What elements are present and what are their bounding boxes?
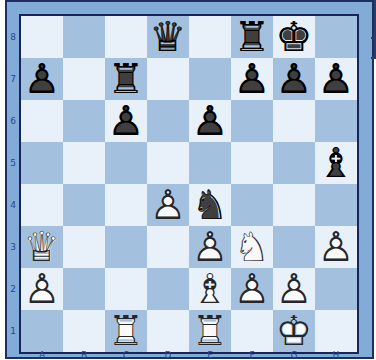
white-rook-glyph-fill: ♜ [189,310,231,352]
white-knight-glyph-fill: ♞ [231,226,273,268]
white-knight[interactable]: ♞♘ [231,226,273,268]
chess-board: ♛♕♜♖♚♔♟♙♜♖♟♙♟♙♟♙♟♙♟♙♝♗♟♙♞♘♛♕♟♙♞♘♟♙♟♙♝♗♟♙… [19,14,359,354]
white-pawn-glyph-fill: ♟ [189,226,231,268]
square-d4[interactable]: ♟♙ [147,184,189,226]
rank-label-2: 2 [7,268,19,310]
square-b7[interactable] [63,58,105,100]
black-pawn-glyph-outline: ♙ [273,58,315,100]
square-c5[interactable] [105,142,147,184]
screen-edge-tick [371,57,376,59]
white-pawn-glyph-fill: ♟ [147,184,189,226]
white-rook[interactable]: ♜♖ [105,310,147,352]
square-f4[interactable] [231,184,273,226]
black-pawn[interactable]: ♟♙ [189,100,231,142]
white-pawn[interactable]: ♟♙ [273,268,315,310]
square-h6[interactable] [315,100,357,142]
white-pawn-glyph-outline: ♙ [273,268,315,310]
square-d2[interactable] [147,268,189,310]
square-h1[interactable] [315,310,357,352]
square-e3[interactable]: ♟♙ [189,226,231,268]
square-c8[interactable] [105,16,147,58]
square-f1[interactable] [231,310,273,352]
white-pawn-glyph-outline: ♙ [315,226,357,268]
square-a1[interactable] [21,310,63,352]
square-g8[interactable]: ♚♔ [273,16,315,58]
white-king-glyph-outline: ♔ [273,310,315,352]
black-pawn-glyph-outline: ♙ [21,58,63,100]
black-pawn[interactable]: ♟♙ [21,58,63,100]
square-g2[interactable]: ♟♙ [273,268,315,310]
square-e2[interactable]: ♝♗ [189,268,231,310]
square-g1[interactable]: ♚♔ [273,310,315,352]
square-c6[interactable]: ♟♙ [105,100,147,142]
square-f7[interactable]: ♟♙ [231,58,273,100]
square-b4[interactable] [63,184,105,226]
rank-label-1: 1 [7,310,19,352]
square-a5[interactable] [21,142,63,184]
square-b3[interactable] [63,226,105,268]
white-queen-glyph-outline: ♕ [21,226,63,268]
square-f6[interactable] [231,100,273,142]
black-king-glyph-fill: ♚ [273,16,315,58]
black-pawn-glyph-outline: ♙ [189,100,231,142]
black-king-glyph-outline: ♔ [273,16,315,58]
square-b6[interactable] [63,100,105,142]
black-knight[interactable]: ♞♘ [189,184,231,226]
file-label-c: C [105,352,147,359]
white-rook-glyph-outline: ♖ [189,310,231,352]
square-g3[interactable] [273,226,315,268]
black-bishop[interactable]: ♝♗ [315,142,357,184]
square-h4[interactable] [315,184,357,226]
black-queen[interactable]: ♛♕ [147,16,189,58]
square-c3[interactable] [105,226,147,268]
square-a8[interactable] [21,16,63,58]
square-g5[interactable] [273,142,315,184]
white-pawn[interactable]: ♟♙ [315,226,357,268]
black-pawn-glyph-outline: ♙ [231,58,273,100]
square-h5[interactable]: ♝♗ [315,142,357,184]
rank-label-3: 3 [7,226,19,268]
black-rook-glyph-fill: ♜ [231,16,273,58]
file-label-h: H [315,352,357,359]
square-a6[interactable] [21,100,63,142]
black-pawn-glyph-fill: ♟ [105,100,147,142]
square-e8[interactable] [189,16,231,58]
white-pawn-glyph-outline: ♙ [21,268,63,310]
square-c2[interactable] [105,268,147,310]
white-knight-glyph-outline: ♘ [231,226,273,268]
square-c7[interactable]: ♜♖ [105,58,147,100]
square-h7[interactable]: ♟♙ [315,58,357,100]
square-d5[interactable] [147,142,189,184]
black-pawn-glyph-fill: ♟ [273,58,315,100]
square-h8[interactable] [315,16,357,58]
white-rook[interactable]: ♜♖ [189,310,231,352]
black-pawn-glyph-fill: ♟ [315,58,357,100]
black-pawn[interactable]: ♟♙ [231,58,273,100]
square-d3[interactable] [147,226,189,268]
white-pawn[interactable]: ♟♙ [21,268,63,310]
square-d6[interactable] [147,100,189,142]
white-pawn[interactable]: ♟♙ [189,226,231,268]
square-e1[interactable]: ♜♖ [189,310,231,352]
square-a2[interactable]: ♟♙ [21,268,63,310]
white-queen[interactable]: ♛♕ [21,226,63,268]
square-d7[interactable] [147,58,189,100]
black-knight-glyph-fill: ♞ [189,184,231,226]
white-pawn-glyph-fill: ♟ [231,268,273,310]
square-g6[interactable] [273,100,315,142]
black-rook-glyph-fill: ♜ [105,58,147,100]
black-bishop-glyph-outline: ♗ [315,142,357,184]
file-label-f: F [231,352,273,359]
file-labels: ABCDEFGH [21,352,357,359]
rank-labels: 87654321 [7,16,19,352]
file-label-b: B [63,352,105,359]
square-c1[interactable]: ♜♖ [105,310,147,352]
square-c4[interactable] [105,184,147,226]
white-pawn-glyph-outline: ♙ [147,184,189,226]
square-f2[interactable]: ♟♙ [231,268,273,310]
square-g7[interactable]: ♟♙ [273,58,315,100]
board-grid: ♛♕♜♖♚♔♟♙♜♖♟♙♟♙♟♙♟♙♟♙♝♗♟♙♞♘♛♕♟♙♞♘♟♙♟♙♝♗♟♙… [21,16,357,352]
black-pawn[interactable]: ♟♙ [105,100,147,142]
white-queen-glyph-fill: ♛ [21,226,63,268]
chess-app-window: 87654321 ♛♕♜♖♚♔♟♙♜♖♟♙♟♙♟♙♟♙♟♙♝♗♟♙♞♘♛♕♟♙♞… [0,0,376,360]
square-d8[interactable]: ♛♕ [147,16,189,58]
white-king-glyph-fill: ♚ [273,310,315,352]
black-pawn-glyph-outline: ♙ [105,100,147,142]
white-pawn-glyph-fill: ♟ [273,268,315,310]
white-bishop[interactable]: ♝♗ [189,268,231,310]
square-a3[interactable]: ♛♕ [21,226,63,268]
rank-label-7: 7 [7,58,19,100]
black-pawn[interactable]: ♟♙ [315,58,357,100]
white-pawn-glyph-fill: ♟ [315,226,357,268]
square-b5[interactable] [63,142,105,184]
square-f8[interactable]: ♜♖ [231,16,273,58]
screen-edge-tick [371,37,376,39]
black-knight-glyph-outline: ♘ [189,184,231,226]
white-pawn-glyph-outline: ♙ [231,268,273,310]
black-queen-glyph-outline: ♕ [147,16,189,58]
black-pawn-glyph-fill: ♟ [231,58,273,100]
square-f5[interactable] [231,142,273,184]
square-e6[interactable]: ♟♙ [189,100,231,142]
file-label-a: A [21,352,63,359]
file-label-e: E [189,352,231,359]
black-king[interactable]: ♚♔ [273,16,315,58]
square-e5[interactable] [189,142,231,184]
square-a7[interactable]: ♟♙ [21,58,63,100]
white-rook-glyph-outline: ♖ [105,310,147,352]
square-g4[interactable] [273,184,315,226]
rank-label-5: 5 [7,142,19,184]
white-bishop-glyph-outline: ♗ [189,268,231,310]
white-king[interactable]: ♚♔ [273,310,315,352]
square-b8[interactable] [63,16,105,58]
file-label-g: G [273,352,315,359]
black-rook-glyph-outline: ♖ [231,16,273,58]
rank-label-6: 6 [7,100,19,142]
white-pawn-glyph-fill: ♟ [21,268,63,310]
file-label-d: D [147,352,189,359]
black-queen-glyph-fill: ♛ [147,16,189,58]
square-a4[interactable] [21,184,63,226]
square-e4[interactable]: ♞♘ [189,184,231,226]
black-rook[interactable]: ♜♖ [105,58,147,100]
square-h2[interactable] [315,268,357,310]
black-pawn-glyph-fill: ♟ [21,58,63,100]
white-pawn[interactable]: ♟♙ [231,268,273,310]
black-pawn[interactable]: ♟♙ [273,58,315,100]
square-h3[interactable]: ♟♙ [315,226,357,268]
black-rook-glyph-outline: ♖ [105,58,147,100]
square-d1[interactable] [147,310,189,352]
white-pawn[interactable]: ♟♙ [147,184,189,226]
black-rook[interactable]: ♜♖ [231,16,273,58]
black-pawn-glyph-outline: ♙ [315,58,357,100]
white-rook-glyph-fill: ♜ [105,310,147,352]
white-pawn-glyph-outline: ♙ [189,226,231,268]
square-f3[interactable]: ♞♘ [231,226,273,268]
rank-label-8: 8 [7,16,19,58]
black-bishop-glyph-fill: ♝ [315,142,357,184]
rank-label-4: 4 [7,184,19,226]
square-e7[interactable] [189,58,231,100]
square-b1[interactable] [63,310,105,352]
white-bishop-glyph-fill: ♝ [189,268,231,310]
square-b2[interactable] [63,268,105,310]
black-pawn-glyph-fill: ♟ [189,100,231,142]
